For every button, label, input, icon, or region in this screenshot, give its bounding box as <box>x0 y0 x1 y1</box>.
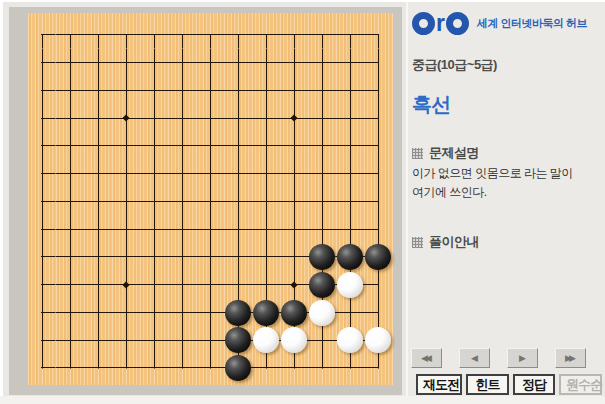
board-point[interactable] <box>252 354 280 382</box>
section-bullet-icon <box>412 237 423 248</box>
board-point[interactable] <box>280 77 308 105</box>
board-point[interactable] <box>224 215 252 243</box>
board-point[interactable] <box>196 104 224 132</box>
board-point[interactable] <box>336 104 364 132</box>
board-point[interactable] <box>196 299 224 327</box>
board-point[interactable] <box>364 243 392 271</box>
board-point[interactable] <box>364 271 392 299</box>
stone-white <box>337 327 363 353</box>
board-point[interactable] <box>196 160 224 188</box>
board-point[interactable] <box>112 326 140 354</box>
oro-logo-icon: r <box>412 12 469 35</box>
go-board <box>28 13 393 385</box>
board-point[interactable] <box>196 77 224 105</box>
board-point[interactable] <box>112 354 140 382</box>
board-point[interactable] <box>84 215 112 243</box>
problem-description-text: 이가 없으면 잇몸으로 라는 말이 여기에 쓰인다. <box>412 164 573 202</box>
board-point[interactable] <box>364 215 392 243</box>
board-point[interactable] <box>140 21 168 49</box>
board-point[interactable] <box>308 104 336 132</box>
board-point[interactable] <box>84 21 112 49</box>
board-point[interactable] <box>308 299 336 327</box>
board-point[interactable] <box>28 243 56 271</box>
board-point[interactable] <box>28 104 56 132</box>
star-point <box>290 115 297 122</box>
board-point[interactable] <box>280 243 308 271</box>
logo-tagline: 세계 인터넷바둑의 허브 <box>477 16 587 31</box>
board-point[interactable] <box>364 354 392 382</box>
board-point[interactable] <box>308 188 336 216</box>
board-point[interactable] <box>168 215 196 243</box>
page-left-edge <box>0 0 3 404</box>
board-point[interactable] <box>112 21 140 49</box>
board-point[interactable] <box>28 215 56 243</box>
board-point[interactable] <box>84 104 112 132</box>
board-point[interactable] <box>56 354 84 382</box>
board-point[interactable] <box>140 299 168 327</box>
stone-white <box>309 300 335 326</box>
board-point[interactable] <box>168 271 196 299</box>
board-point[interactable] <box>308 132 336 160</box>
board-point[interactable] <box>84 49 112 77</box>
problem-description-title: 문제설명 <box>429 144 479 162</box>
board-point[interactable] <box>168 243 196 271</box>
board-point[interactable] <box>84 188 112 216</box>
board-point[interactable] <box>336 188 364 216</box>
stone-black <box>225 327 251 353</box>
board-point[interactable] <box>28 160 56 188</box>
problem-text-line: 이가 없으면 잇몸으로 라는 말이 <box>412 164 573 183</box>
problem-level: 중급(10급~5급) <box>412 56 497 74</box>
board-point[interactable] <box>280 215 308 243</box>
board-point[interactable] <box>224 271 252 299</box>
board-point[interactable] <box>308 49 336 77</box>
board-point[interactable] <box>364 104 392 132</box>
board-point[interactable] <box>56 21 84 49</box>
board-point[interactable] <box>364 326 392 354</box>
hint-button[interactable]: 힌트 <box>466 374 509 395</box>
page-top-edge <box>0 0 605 2</box>
board-point[interactable] <box>84 132 112 160</box>
board-point[interactable] <box>84 326 112 354</box>
board-point[interactable] <box>308 160 336 188</box>
board-point[interactable] <box>56 188 84 216</box>
board-point[interactable] <box>28 21 56 49</box>
board-point[interactable] <box>280 354 308 382</box>
action-buttons: 재도전 힌트 정답 원수순 <box>416 374 602 395</box>
board-point[interactable] <box>364 49 392 77</box>
star-point <box>122 115 129 122</box>
board-point[interactable] <box>84 243 112 271</box>
board-point[interactable] <box>140 104 168 132</box>
stone-white <box>337 272 363 298</box>
board-point[interactable] <box>364 21 392 49</box>
turn-to-play: 흑선 <box>412 91 450 118</box>
board-point[interactable] <box>196 188 224 216</box>
board-point[interactable] <box>224 49 252 77</box>
board-point[interactable] <box>196 354 224 382</box>
board-point[interactable] <box>196 132 224 160</box>
board-point[interactable] <box>252 215 280 243</box>
stone-black <box>309 244 335 270</box>
solution-guide-title: 풀이안내 <box>429 233 479 251</box>
board-point[interactable] <box>112 299 140 327</box>
board-point[interactable] <box>224 104 252 132</box>
board-point[interactable] <box>28 299 56 327</box>
stone-black <box>225 300 251 326</box>
board-point[interactable] <box>224 326 252 354</box>
stone-black <box>309 272 335 298</box>
board-point[interactable] <box>224 243 252 271</box>
board-point[interactable] <box>224 160 252 188</box>
solution-guide-header: 풀이안내 <box>412 233 479 251</box>
stone-black <box>337 244 363 270</box>
board-point[interactable] <box>28 354 56 382</box>
side-panel: r 세계 인터넷바둑의 허브 중급(10급~5급) 흑선 문제설명 이가 없으면… <box>406 0 605 396</box>
board-point[interactable] <box>196 215 224 243</box>
board-point[interactable] <box>252 160 280 188</box>
board-point[interactable] <box>140 188 168 216</box>
stone-black <box>253 300 279 326</box>
board-point[interactable] <box>364 188 392 216</box>
board-point[interactable] <box>308 77 336 105</box>
board-point[interactable] <box>28 132 56 160</box>
board-point[interactable] <box>112 160 140 188</box>
board-point[interactable] <box>336 354 364 382</box>
board-point[interactable] <box>56 243 84 271</box>
board-point[interactable] <box>308 215 336 243</box>
board-point[interactable] <box>336 160 364 188</box>
page-bottom-strip <box>0 396 605 404</box>
board-point[interactable] <box>280 160 308 188</box>
board-point[interactable] <box>224 299 252 327</box>
panel-divider <box>406 0 408 396</box>
board-point[interactable] <box>84 160 112 188</box>
board-point[interactable] <box>140 215 168 243</box>
board-point[interactable] <box>224 354 252 382</box>
board-point[interactable] <box>56 77 84 105</box>
section-bullet-icon <box>412 148 423 159</box>
board-point[interactable] <box>140 160 168 188</box>
board-point[interactable] <box>140 271 168 299</box>
board-point[interactable] <box>168 299 196 327</box>
board-point[interactable] <box>168 49 196 77</box>
board-point[interactable] <box>140 77 168 105</box>
board-point[interactable] <box>224 21 252 49</box>
board-point[interactable] <box>112 49 140 77</box>
board-point[interactable] <box>140 243 168 271</box>
board-point[interactable] <box>112 215 140 243</box>
board-point[interactable] <box>224 188 252 216</box>
board-point[interactable] <box>112 271 140 299</box>
board-point[interactable] <box>280 132 308 160</box>
board-point[interactable] <box>56 160 84 188</box>
stone-white <box>253 327 279 353</box>
board-point[interactable] <box>252 299 280 327</box>
board-point[interactable] <box>280 21 308 49</box>
board-point[interactable] <box>168 326 196 354</box>
board-point[interactable] <box>140 326 168 354</box>
board-point[interactable] <box>364 132 392 160</box>
board-point[interactable] <box>28 49 56 77</box>
board-point[interactable] <box>224 77 252 105</box>
stone-black <box>225 355 251 381</box>
board-point[interactable] <box>112 104 140 132</box>
board-frame <box>9 7 402 395</box>
board-point[interactable] <box>280 299 308 327</box>
board-point[interactable] <box>280 49 308 77</box>
board-point[interactable] <box>196 326 224 354</box>
board-point[interactable] <box>336 271 364 299</box>
board-point[interactable] <box>140 132 168 160</box>
board-point[interactable] <box>168 132 196 160</box>
board-point[interactable] <box>252 21 280 49</box>
site-logo: r 세계 인터넷바둑의 허브 <box>412 12 587 35</box>
board-point[interactable] <box>308 354 336 382</box>
board-point[interactable] <box>56 299 84 327</box>
board-point[interactable] <box>196 49 224 77</box>
nav-last-button[interactable]: ▶▶ <box>555 348 586 368</box>
board-point[interactable] <box>336 49 364 77</box>
board-point[interactable] <box>280 326 308 354</box>
board-point[interactable] <box>168 21 196 49</box>
board-point[interactable] <box>308 243 336 271</box>
stone-white <box>365 327 391 353</box>
board-point[interactable] <box>252 132 280 160</box>
stone-white <box>281 327 307 353</box>
board-point[interactable] <box>364 299 392 327</box>
stone-black <box>365 244 391 270</box>
board-point[interactable] <box>84 299 112 327</box>
board-point[interactable] <box>168 188 196 216</box>
board-point[interactable] <box>308 21 336 49</box>
board-point[interactable] <box>196 243 224 271</box>
board-point[interactable] <box>280 188 308 216</box>
board-point[interactable] <box>168 354 196 382</box>
problem-description-header: 문제설명 <box>412 144 479 162</box>
board-point[interactable] <box>364 160 392 188</box>
board-point[interactable] <box>336 132 364 160</box>
board-point[interactable] <box>252 271 280 299</box>
stone-black <box>281 300 307 326</box>
go-problem-page: r 세계 인터넷바둑의 허브 중급(10급~5급) 흑선 문제설명 이가 없으면… <box>0 0 605 404</box>
board-point[interactable] <box>140 49 168 77</box>
board-point[interactable] <box>252 104 280 132</box>
logo-ring-icon <box>412 12 435 35</box>
move-navigation: ◀◀ ◀ ▶ ▶▶ <box>411 348 586 368</box>
board-point[interactable] <box>112 77 140 105</box>
board-point[interactable] <box>28 188 56 216</box>
board-point[interactable] <box>196 271 224 299</box>
board-point[interactable] <box>280 271 308 299</box>
board-point[interactable] <box>336 77 364 105</box>
board-point[interactable] <box>280 104 308 132</box>
nav-first-button[interactable]: ◀◀ <box>411 348 442 368</box>
logo-ring-icon <box>446 12 469 35</box>
board-point[interactable] <box>84 77 112 105</box>
board-point[interactable] <box>56 132 84 160</box>
board-point[interactable] <box>336 243 364 271</box>
answer-button[interactable]: 정답 <box>513 374 555 395</box>
nav-prev-button[interactable]: ◀ <box>459 348 490 368</box>
star-point <box>290 281 297 288</box>
board-point[interactable] <box>252 188 280 216</box>
board-point[interactable] <box>168 160 196 188</box>
board-point[interactable] <box>56 49 84 77</box>
board-point[interactable] <box>364 77 392 105</box>
board-point[interactable] <box>84 354 112 382</box>
original-sequence-button[interactable]: 원수순 <box>559 374 602 395</box>
board-point[interactable] <box>28 326 56 354</box>
nav-next-button[interactable]: ▶ <box>507 348 538 368</box>
board-point[interactable] <box>112 132 140 160</box>
board-point[interactable] <box>252 77 280 105</box>
board-point[interactable] <box>252 243 280 271</box>
board-point[interactable] <box>336 326 364 354</box>
board-point[interactable] <box>56 215 84 243</box>
board-point[interactable] <box>56 104 84 132</box>
board-point[interactable] <box>140 354 168 382</box>
board-point[interactable] <box>112 243 140 271</box>
board-point[interactable] <box>336 299 364 327</box>
board-point[interactable] <box>168 104 196 132</box>
board-point[interactable] <box>168 77 196 105</box>
board-point[interactable] <box>28 271 56 299</box>
board-point[interactable] <box>308 326 336 354</box>
board-point[interactable] <box>112 188 140 216</box>
logo-letter: r <box>436 12 445 35</box>
board-point[interactable] <box>308 271 336 299</box>
board-point[interactable] <box>336 215 364 243</box>
board-point[interactable] <box>56 271 84 299</box>
board-point[interactable] <box>56 326 84 354</box>
problem-text-line: 여기에 쓰인다. <box>412 183 573 202</box>
board-point[interactable] <box>224 132 252 160</box>
board-point[interactable] <box>28 77 56 105</box>
board-point[interactable] <box>336 21 364 49</box>
board-point[interactable] <box>84 271 112 299</box>
star-point <box>122 281 129 288</box>
board-point[interactable] <box>252 326 280 354</box>
board-point[interactable] <box>252 49 280 77</box>
retry-button[interactable]: 재도전 <box>416 374 462 395</box>
board-point[interactable] <box>196 21 224 49</box>
board-grid <box>28 21 392 382</box>
